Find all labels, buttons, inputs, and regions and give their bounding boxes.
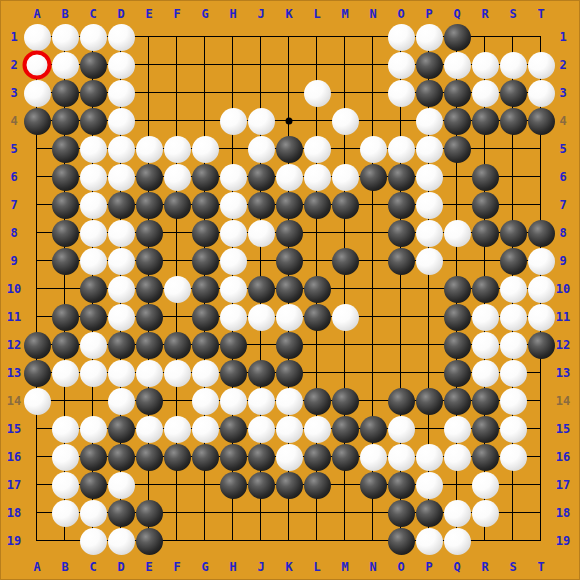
black-stone-G8[interactable] [192, 220, 219, 247]
black-stone-B8[interactable] [52, 220, 79, 247]
white-stone-S10[interactable] [500, 276, 527, 303]
white-stone-R18[interactable] [472, 500, 499, 527]
row-label-left-1: 1 [10, 30, 17, 44]
black-stone-R16[interactable] [472, 444, 499, 471]
col-label-top-F: F [173, 7, 180, 21]
black-stone-B11[interactable] [52, 304, 79, 331]
col-label-top-E: E [145, 7, 152, 21]
white-stone-O16[interactable] [388, 444, 415, 471]
black-stone-J6[interactable] [248, 164, 275, 191]
black-stone-L7[interactable] [304, 192, 331, 219]
black-stone-S3[interactable] [500, 80, 527, 107]
black-stone-C4[interactable] [80, 108, 107, 135]
white-stone-G5[interactable] [192, 136, 219, 163]
black-stone-D12[interactable] [108, 332, 135, 359]
white-stone-P5[interactable] [416, 136, 443, 163]
row-label-right-11: 11 [556, 310, 570, 324]
black-stone-M14[interactable] [332, 388, 359, 415]
col-label-top-A: A [33, 7, 40, 21]
white-stone-Q8[interactable] [444, 220, 471, 247]
black-stone-D16[interactable] [108, 444, 135, 471]
white-stone-N16[interactable] [360, 444, 387, 471]
black-stone-O9[interactable] [388, 248, 415, 275]
col-label-top-L: L [313, 7, 320, 21]
white-stone-P9[interactable] [416, 248, 443, 275]
row-label-left-13: 13 [7, 366, 21, 380]
white-stone-H4[interactable] [220, 108, 247, 135]
row-label-right-16: 16 [556, 450, 570, 464]
col-label-top-J: J [257, 7, 264, 21]
row-label-left-3: 3 [10, 86, 17, 100]
row-label-right-4: 4 [559, 114, 566, 128]
black-stone-H12[interactable] [220, 332, 247, 359]
black-stone-R4[interactable] [472, 108, 499, 135]
white-stone-J14[interactable] [248, 388, 275, 415]
black-stone-H17[interactable] [220, 472, 247, 499]
col-label-bottom-S: S [509, 560, 516, 574]
row-label-left-17: 17 [7, 478, 21, 492]
white-stone-R13[interactable] [472, 360, 499, 387]
white-stone-P6[interactable] [416, 164, 443, 191]
black-stone-O14[interactable] [388, 388, 415, 415]
black-stone-C16[interactable] [80, 444, 107, 471]
black-stone-S9[interactable] [500, 248, 527, 275]
white-stone-O1[interactable] [388, 24, 415, 51]
col-label-bottom-Q: Q [453, 560, 460, 574]
row-label-left-16: 16 [7, 450, 21, 464]
black-stone-G6[interactable] [192, 164, 219, 191]
row-label-left-9: 9 [10, 254, 17, 268]
row-label-left-19: 19 [7, 534, 21, 548]
white-stone-P17[interactable] [416, 472, 443, 499]
white-stone-S14[interactable] [500, 388, 527, 415]
black-stone-F16[interactable] [164, 444, 191, 471]
white-stone-C8[interactable] [80, 220, 107, 247]
white-stone-C1[interactable] [80, 24, 107, 51]
black-stone-K13[interactable] [276, 360, 303, 387]
white-stone-Q15[interactable] [444, 416, 471, 443]
black-stone-F7[interactable] [164, 192, 191, 219]
black-stone-P3[interactable] [416, 80, 443, 107]
col-label-bottom-D: D [117, 560, 124, 574]
black-stone-D18[interactable] [108, 500, 135, 527]
black-stone-G7[interactable] [192, 192, 219, 219]
white-stone-G14[interactable] [192, 388, 219, 415]
black-stone-Q14[interactable] [444, 388, 471, 415]
black-stone-K9[interactable] [276, 248, 303, 275]
white-stone-T3[interactable] [528, 80, 555, 107]
black-stone-N17[interactable] [360, 472, 387, 499]
black-stone-E14[interactable] [136, 388, 163, 415]
white-stone-Q19[interactable] [444, 528, 471, 555]
black-stone-B7[interactable] [52, 192, 79, 219]
black-stone-J7[interactable] [248, 192, 275, 219]
black-stone-O8[interactable] [388, 220, 415, 247]
white-stone-N5[interactable] [360, 136, 387, 163]
white-stone-L3[interactable] [304, 80, 331, 107]
white-stone-O2[interactable] [388, 52, 415, 79]
col-label-top-P: P [425, 7, 432, 21]
white-stone-G13[interactable] [192, 360, 219, 387]
white-stone-C7[interactable] [80, 192, 107, 219]
black-stone-B12[interactable] [52, 332, 79, 359]
black-stone-R8[interactable] [472, 220, 499, 247]
row-label-right-9: 9 [559, 254, 566, 268]
white-stone-R11[interactable] [472, 304, 499, 331]
col-label-bottom-B: B [61, 560, 68, 574]
col-label-top-D: D [117, 7, 124, 21]
white-stone-D5[interactable] [108, 136, 135, 163]
white-stone-D9[interactable] [108, 248, 135, 275]
black-stone-P18[interactable] [416, 500, 443, 527]
col-label-top-M: M [341, 7, 348, 21]
black-stone-R14[interactable] [472, 388, 499, 415]
black-stone-L11[interactable] [304, 304, 331, 331]
black-stone-K8[interactable] [276, 220, 303, 247]
col-label-top-O: O [397, 7, 404, 21]
white-stone-C13[interactable] [80, 360, 107, 387]
black-stone-Q1[interactable] [444, 24, 471, 51]
black-stone-S8[interactable] [500, 220, 527, 247]
black-stone-J17[interactable] [248, 472, 275, 499]
white-stone-D8[interactable] [108, 220, 135, 247]
white-stone-F10[interactable] [164, 276, 191, 303]
go-board[interactable]: ABCDEFGHJKLMNOPQRST ABCDEFGHJKLMNOPQRST … [0, 0, 580, 580]
black-stone-C3[interactable] [80, 80, 107, 107]
white-stone-H14[interactable] [220, 388, 247, 415]
white-stone-R2[interactable] [472, 52, 499, 79]
white-stone-P16[interactable] [416, 444, 443, 471]
col-label-top-Q: Q [453, 7, 460, 21]
col-label-bottom-J: J [257, 560, 264, 574]
white-stone-L15[interactable] [304, 416, 331, 443]
white-stone-D17[interactable] [108, 472, 135, 499]
white-stone-F6[interactable] [164, 164, 191, 191]
black-stone-E11[interactable] [136, 304, 163, 331]
white-stone-Q18[interactable] [444, 500, 471, 527]
black-stone-J16[interactable] [248, 444, 275, 471]
white-stone-C19[interactable] [80, 528, 107, 555]
black-stone-K10[interactable] [276, 276, 303, 303]
white-stone-J8[interactable] [248, 220, 275, 247]
white-stone-A1[interactable] [24, 24, 51, 51]
black-stone-B4[interactable] [52, 108, 79, 135]
white-stone-O15[interactable] [388, 416, 415, 443]
black-stone-G12[interactable] [192, 332, 219, 359]
white-stone-C9[interactable] [80, 248, 107, 275]
white-stone-Q2[interactable] [444, 52, 471, 79]
black-stone-J13[interactable] [248, 360, 275, 387]
white-stone-T11[interactable] [528, 304, 555, 331]
black-stone-D15[interactable] [108, 416, 135, 443]
col-label-bottom-C: C [89, 560, 96, 574]
white-stone-T10[interactable] [528, 276, 555, 303]
white-stone-M6[interactable] [332, 164, 359, 191]
black-stone-T12[interactable] [528, 332, 555, 359]
white-stone-S15[interactable] [500, 416, 527, 443]
black-stone-K5[interactable] [276, 136, 303, 163]
white-stone-H11[interactable] [220, 304, 247, 331]
row-label-right-6: 6 [559, 170, 566, 184]
col-label-bottom-E: E [145, 560, 152, 574]
white-stone-P7[interactable] [416, 192, 443, 219]
star-point-K4 [286, 118, 293, 125]
white-stone-H7[interactable] [220, 192, 247, 219]
white-stone-K14[interactable] [276, 388, 303, 415]
black-stone-K7[interactable] [276, 192, 303, 219]
col-label-top-R: R [481, 7, 488, 21]
black-stone-E8[interactable] [136, 220, 163, 247]
black-stone-P14[interactable] [416, 388, 443, 415]
col-label-bottom-O: O [397, 560, 404, 574]
white-stone-L5[interactable] [304, 136, 331, 163]
white-stone-M11[interactable] [332, 304, 359, 331]
white-stone-S12[interactable] [500, 332, 527, 359]
row-label-right-13: 13 [556, 366, 570, 380]
white-stone-K16[interactable] [276, 444, 303, 471]
black-stone-A4[interactable] [24, 108, 51, 135]
black-stone-E16[interactable] [136, 444, 163, 471]
black-stone-A12[interactable] [24, 332, 51, 359]
black-stone-C11[interactable] [80, 304, 107, 331]
row-label-left-12: 12 [7, 338, 21, 352]
white-stone-B17[interactable] [52, 472, 79, 499]
white-stone-D4[interactable] [108, 108, 135, 135]
white-stone-T2[interactable] [528, 52, 555, 79]
black-stone-G10[interactable] [192, 276, 219, 303]
white-stone-G15[interactable] [192, 416, 219, 443]
white-stone-E13[interactable] [136, 360, 163, 387]
white-stone-D10[interactable] [108, 276, 135, 303]
black-stone-E12[interactable] [136, 332, 163, 359]
black-stone-E18[interactable] [136, 500, 163, 527]
white-stone-H8[interactable] [220, 220, 247, 247]
black-stone-L16[interactable] [304, 444, 331, 471]
black-stone-F12[interactable] [164, 332, 191, 359]
white-stone-R3[interactable] [472, 80, 499, 107]
black-stone-B5[interactable] [52, 136, 79, 163]
black-stone-L10[interactable] [304, 276, 331, 303]
black-stone-E6[interactable] [136, 164, 163, 191]
row-label-right-19: 19 [556, 534, 570, 548]
white-stone-C6[interactable] [80, 164, 107, 191]
white-stone-R17[interactable] [472, 472, 499, 499]
col-label-bottom-F: F [173, 560, 180, 574]
white-stone-T9[interactable] [528, 248, 555, 275]
black-stone-E19[interactable] [136, 528, 163, 555]
black-stone-D7[interactable] [108, 192, 135, 219]
white-stone-B16[interactable] [52, 444, 79, 471]
white-stone-O5[interactable] [388, 136, 415, 163]
white-stone-S11[interactable] [500, 304, 527, 331]
white-stone-D19[interactable] [108, 528, 135, 555]
black-stone-O19[interactable] [388, 528, 415, 555]
white-stone-C15[interactable] [80, 416, 107, 443]
white-stone-D11[interactable] [108, 304, 135, 331]
white-stone-H6[interactable] [220, 164, 247, 191]
black-stone-M16[interactable] [332, 444, 359, 471]
black-stone-N15[interactable] [360, 416, 387, 443]
black-stone-B9[interactable] [52, 248, 79, 275]
black-stone-Q4[interactable] [444, 108, 471, 135]
white-stone-J15[interactable] [248, 416, 275, 443]
white-stone-J11[interactable] [248, 304, 275, 331]
white-stone-Q16[interactable] [444, 444, 471, 471]
black-stone-E9[interactable] [136, 248, 163, 275]
black-stone-B6[interactable] [52, 164, 79, 191]
black-stone-E10[interactable] [136, 276, 163, 303]
black-stone-R6[interactable] [472, 164, 499, 191]
white-stone-P1[interactable] [416, 24, 443, 51]
black-stone-R15[interactable] [472, 416, 499, 443]
black-stone-Q12[interactable] [444, 332, 471, 359]
white-stone-J5[interactable] [248, 136, 275, 163]
white-stone-S16[interactable] [500, 444, 527, 471]
black-stone-E7[interactable] [136, 192, 163, 219]
white-stone-P19[interactable] [416, 528, 443, 555]
col-label-top-H: H [229, 7, 236, 21]
row-label-left-4: 4 [10, 114, 17, 128]
white-stone-D3[interactable] [108, 80, 135, 107]
col-label-bottom-G: G [201, 560, 208, 574]
white-stone-B2[interactable] [52, 52, 79, 79]
row-label-right-8: 8 [559, 226, 566, 240]
white-stone-R12[interactable] [472, 332, 499, 359]
white-stone-O3[interactable] [388, 80, 415, 107]
black-stone-O7[interactable] [388, 192, 415, 219]
black-stone-C17[interactable] [80, 472, 107, 499]
black-stone-R10[interactable] [472, 276, 499, 303]
row-label-left-15: 15 [7, 422, 21, 436]
black-stone-Q13[interactable] [444, 360, 471, 387]
white-stone-J4[interactable] [248, 108, 275, 135]
black-stone-Q5[interactable] [444, 136, 471, 163]
white-stone-K15[interactable] [276, 416, 303, 443]
white-stone-S2[interactable] [500, 52, 527, 79]
row-label-left-7: 7 [10, 198, 17, 212]
black-stone-A13[interactable] [24, 360, 51, 387]
white-stone-H10[interactable] [220, 276, 247, 303]
row-label-left-18: 18 [7, 506, 21, 520]
white-stone-C5[interactable] [80, 136, 107, 163]
black-stone-B3[interactable] [52, 80, 79, 107]
white-stone-B18[interactable] [52, 500, 79, 527]
row-label-right-15: 15 [556, 422, 570, 436]
white-stone-H9[interactable] [220, 248, 247, 275]
black-stone-R7[interactable] [472, 192, 499, 219]
black-stone-C2[interactable] [80, 52, 107, 79]
black-stone-G16[interactable] [192, 444, 219, 471]
white-stone-P4[interactable] [416, 108, 443, 135]
black-stone-O17[interactable] [388, 472, 415, 499]
row-label-right-5: 5 [559, 142, 566, 156]
white-stone-K6[interactable] [276, 164, 303, 191]
black-stone-J10[interactable] [248, 276, 275, 303]
col-label-bottom-L: L [313, 560, 320, 574]
white-stone-E15[interactable] [136, 416, 163, 443]
row-label-right-18: 18 [556, 506, 570, 520]
row-label-right-7: 7 [559, 198, 566, 212]
black-stone-H13[interactable] [220, 360, 247, 387]
black-stone-O6[interactable] [388, 164, 415, 191]
col-label-bottom-R: R [481, 560, 488, 574]
white-stone-C18[interactable] [80, 500, 107, 527]
row-label-left-6: 6 [10, 170, 17, 184]
row-label-left-11: 11 [7, 310, 21, 324]
black-stone-C10[interactable] [80, 276, 107, 303]
black-stone-O18[interactable] [388, 500, 415, 527]
white-stone-F5[interactable] [164, 136, 191, 163]
white-stone-D6[interactable] [108, 164, 135, 191]
black-stone-M9[interactable] [332, 248, 359, 275]
black-stone-P2[interactable] [416, 52, 443, 79]
white-stone-E5[interactable] [136, 136, 163, 163]
row-label-right-12: 12 [556, 338, 570, 352]
row-label-left-2: 2 [10, 58, 17, 72]
black-stone-Q3[interactable] [444, 80, 471, 107]
col-label-top-N: N [369, 7, 376, 21]
col-label-top-G: G [201, 7, 208, 21]
black-stone-T4[interactable] [528, 108, 555, 135]
white-stone-B1[interactable] [52, 24, 79, 51]
white-stone-K11[interactable] [276, 304, 303, 331]
black-stone-Q10[interactable] [444, 276, 471, 303]
black-stone-L17[interactable] [304, 472, 331, 499]
row-label-left-14: 14 [7, 394, 21, 408]
black-stone-Q11[interactable] [444, 304, 471, 331]
white-stone-A14[interactable] [24, 388, 51, 415]
white-stone-D13[interactable] [108, 360, 135, 387]
black-stone-N6[interactable] [360, 164, 387, 191]
black-stone-K17[interactable] [276, 472, 303, 499]
col-label-top-S: S [509, 7, 516, 21]
white-stone-A3[interactable] [24, 80, 51, 107]
white-stone-F13[interactable] [164, 360, 191, 387]
col-label-bottom-T: T [537, 560, 544, 574]
white-stone-M4[interactable] [332, 108, 359, 135]
white-stone-P8[interactable] [416, 220, 443, 247]
col-label-bottom-H: H [229, 560, 236, 574]
black-stone-H15[interactable] [220, 416, 247, 443]
row-label-right-2: 2 [559, 58, 566, 72]
col-label-bottom-P: P [425, 560, 432, 574]
white-stone-D1[interactable] [108, 24, 135, 51]
white-stone-B13[interactable] [52, 360, 79, 387]
white-stone-B15[interactable] [52, 416, 79, 443]
col-label-top-B: B [61, 7, 68, 21]
white-stone-A2[interactable] [24, 52, 51, 79]
black-stone-G9[interactable] [192, 248, 219, 275]
white-stone-L6[interactable] [304, 164, 331, 191]
col-label-top-K: K [285, 7, 292, 21]
white-stone-D2[interactable] [108, 52, 135, 79]
black-stone-T8[interactable] [528, 220, 555, 247]
row-label-right-14: 14 [556, 394, 570, 408]
white-stone-S13[interactable] [500, 360, 527, 387]
col-label-bottom-M: M [341, 560, 348, 574]
black-stone-K12[interactable] [276, 332, 303, 359]
black-stone-M7[interactable] [332, 192, 359, 219]
black-stone-S4[interactable] [500, 108, 527, 135]
col-label-bottom-K: K [285, 560, 292, 574]
black-stone-L14[interactable] [304, 388, 331, 415]
black-stone-H16[interactable] [220, 444, 247, 471]
black-stone-M15[interactable] [332, 416, 359, 443]
white-stone-C12[interactable] [80, 332, 107, 359]
black-stone-G11[interactable] [192, 304, 219, 331]
white-stone-D14[interactable] [108, 388, 135, 415]
white-stone-F15[interactable] [164, 416, 191, 443]
